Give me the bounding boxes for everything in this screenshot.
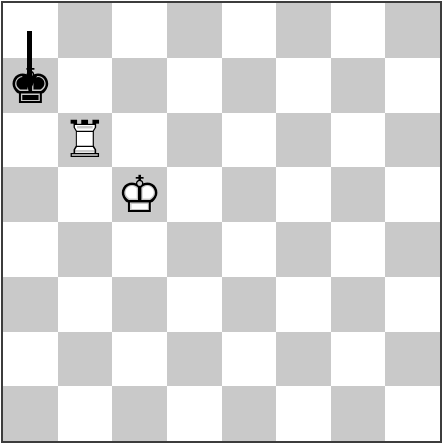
square-d8[interactable] <box>167 3 222 58</box>
square-a4[interactable] <box>3 222 58 277</box>
square-h3[interactable] <box>385 277 440 332</box>
square-e1[interactable] <box>222 386 277 441</box>
square-h6[interactable] <box>385 113 440 168</box>
square-g7[interactable] <box>331 58 386 113</box>
square-c4[interactable] <box>112 222 167 277</box>
square-g4[interactable] <box>331 222 386 277</box>
square-f8[interactable] <box>276 3 331 58</box>
square-c7[interactable] <box>112 58 167 113</box>
square-h1[interactable] <box>385 386 440 441</box>
square-b6[interactable]: ♜♖ <box>58 113 113 168</box>
square-g3[interactable] <box>331 277 386 332</box>
square-e6[interactable] <box>222 113 277 168</box>
chess-board: ♚♜♖♚♔ <box>3 3 440 441</box>
square-c3[interactable] <box>112 277 167 332</box>
square-h4[interactable] <box>385 222 440 277</box>
square-g8[interactable] <box>331 3 386 58</box>
square-c6[interactable] <box>112 113 167 168</box>
square-h8[interactable] <box>385 3 440 58</box>
square-g5[interactable] <box>331 167 386 222</box>
square-b3[interactable] <box>58 277 113 332</box>
square-a8[interactable] <box>3 3 58 58</box>
piece-glyph-outline: ♖ <box>58 113 113 168</box>
square-f7[interactable] <box>276 58 331 113</box>
square-g2[interactable] <box>331 332 386 387</box>
piece-white-king[interactable]: ♚♔ <box>112 167 167 222</box>
square-a7[interactable]: ♚ <box>3 58 58 113</box>
square-f4[interactable] <box>276 222 331 277</box>
square-e4[interactable] <box>222 222 277 277</box>
square-d4[interactable] <box>167 222 222 277</box>
square-f6[interactable] <box>276 113 331 168</box>
piece-glyph-outline: ♔ <box>112 167 167 222</box>
square-c8[interactable] <box>112 3 167 58</box>
square-f3[interactable] <box>276 277 331 332</box>
square-f1[interactable] <box>276 386 331 441</box>
square-e8[interactable] <box>222 3 277 58</box>
square-d6[interactable] <box>167 113 222 168</box>
square-d1[interactable] <box>167 386 222 441</box>
square-e7[interactable] <box>222 58 277 113</box>
square-h5[interactable] <box>385 167 440 222</box>
square-c2[interactable] <box>112 332 167 387</box>
square-d7[interactable] <box>167 58 222 113</box>
square-d2[interactable] <box>167 332 222 387</box>
square-b5[interactable] <box>58 167 113 222</box>
square-a3[interactable] <box>3 277 58 332</box>
square-a2[interactable] <box>3 332 58 387</box>
square-f5[interactable] <box>276 167 331 222</box>
square-b8[interactable] <box>58 3 113 58</box>
square-b1[interactable] <box>58 386 113 441</box>
square-g6[interactable] <box>331 113 386 168</box>
square-h7[interactable] <box>385 58 440 113</box>
square-b2[interactable] <box>58 332 113 387</box>
piece-glyph: ♚ <box>3 58 58 113</box>
square-e3[interactable] <box>222 277 277 332</box>
square-a6[interactable] <box>3 113 58 168</box>
piece-white-rook[interactable]: ♜♖ <box>58 113 113 168</box>
square-b7[interactable] <box>58 58 113 113</box>
chess-board-frame: ♚♜♖♚♔ <box>1 1 442 443</box>
square-a1[interactable] <box>3 386 58 441</box>
square-e2[interactable] <box>222 332 277 387</box>
square-f2[interactable] <box>276 332 331 387</box>
square-a5[interactable] <box>3 167 58 222</box>
piece-black-king[interactable]: ♚ <box>3 58 58 113</box>
square-h2[interactable] <box>385 332 440 387</box>
square-e5[interactable] <box>222 167 277 222</box>
square-b4[interactable] <box>58 222 113 277</box>
square-d5[interactable] <box>167 167 222 222</box>
square-c1[interactable] <box>112 386 167 441</box>
square-g1[interactable] <box>331 386 386 441</box>
square-c5[interactable]: ♚♔ <box>112 167 167 222</box>
square-d3[interactable] <box>167 277 222 332</box>
